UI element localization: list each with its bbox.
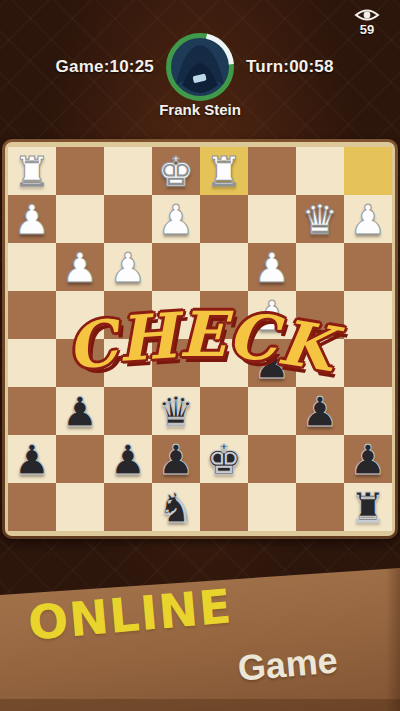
square-c1[interactable] bbox=[248, 147, 296, 195]
piece-white-pawn[interactable]: ♟ bbox=[56, 243, 104, 291]
square-b1[interactable] bbox=[296, 147, 344, 195]
piece-black-pawn[interactable]: ♟ bbox=[104, 435, 152, 483]
piece-black-rook[interactable]: ♜ bbox=[344, 483, 392, 531]
square-f6[interactable] bbox=[104, 387, 152, 435]
square-c2[interactable] bbox=[248, 195, 296, 243]
eye-icon bbox=[350, 7, 384, 23]
square-a1[interactable] bbox=[344, 147, 392, 195]
square-c6[interactable] bbox=[248, 387, 296, 435]
square-g7[interactable] bbox=[56, 435, 104, 483]
square-d7[interactable]: ♚ bbox=[200, 435, 248, 483]
square-f1[interactable] bbox=[104, 147, 152, 195]
square-a7[interactable]: ♟ bbox=[344, 435, 392, 483]
square-e7[interactable]: ♟ bbox=[152, 435, 200, 483]
piece-white-pawn[interactable]: ♟ bbox=[344, 195, 392, 243]
square-f7[interactable]: ♟ bbox=[104, 435, 152, 483]
square-c7[interactable] bbox=[248, 435, 296, 483]
square-d2[interactable] bbox=[200, 195, 248, 243]
square-e1[interactable]: ♚ bbox=[152, 147, 200, 195]
check-letter: C bbox=[225, 299, 279, 375]
spectator-counter[interactable]: 59 bbox=[350, 7, 384, 36]
square-b3[interactable] bbox=[296, 243, 344, 291]
square-e3[interactable] bbox=[152, 243, 200, 291]
game-clock: Game:10:25 bbox=[56, 57, 154, 77]
square-d8[interactable] bbox=[200, 483, 248, 531]
square-h7[interactable]: ♟ bbox=[8, 435, 56, 483]
square-d1[interactable]: ♜ bbox=[200, 147, 248, 195]
check-letter: E bbox=[179, 298, 226, 371]
piece-black-pawn[interactable]: ♟ bbox=[56, 387, 104, 435]
spectator-count: 59 bbox=[350, 23, 384, 36]
piece-black-queen[interactable]: ♛ bbox=[152, 387, 200, 435]
square-h3[interactable] bbox=[8, 243, 56, 291]
square-h6[interactable] bbox=[8, 387, 56, 435]
square-f3[interactable]: ♟ bbox=[104, 243, 152, 291]
square-d3[interactable] bbox=[200, 243, 248, 291]
piece-black-pawn[interactable]: ♟ bbox=[8, 435, 56, 483]
piece-white-pawn[interactable]: ♟ bbox=[104, 243, 152, 291]
square-g2[interactable] bbox=[56, 195, 104, 243]
square-d6[interactable] bbox=[200, 387, 248, 435]
piece-white-pawn[interactable]: ♟ bbox=[248, 243, 296, 291]
turn-clock: Turn:00:58 bbox=[246, 57, 334, 77]
square-b8[interactable] bbox=[296, 483, 344, 531]
piece-white-pawn[interactable]: ♟ bbox=[8, 195, 56, 243]
square-b6[interactable]: ♟ bbox=[296, 387, 344, 435]
square-h2[interactable]: ♟ bbox=[8, 195, 56, 243]
app-screen: 59 Game:10:25 Turn:00:58 Frank Stein ♜♚♜… bbox=[0, 0, 400, 711]
square-a3[interactable] bbox=[344, 243, 392, 291]
square-g8[interactable] bbox=[56, 483, 104, 531]
square-h1[interactable]: ♜ bbox=[8, 147, 56, 195]
square-h8[interactable] bbox=[8, 483, 56, 531]
check-letter: C bbox=[61, 306, 121, 386]
square-a2[interactable]: ♟ bbox=[344, 195, 392, 243]
piece-black-pawn[interactable]: ♟ bbox=[296, 387, 344, 435]
square-e2[interactable]: ♟ bbox=[152, 195, 200, 243]
piece-black-pawn[interactable]: ♟ bbox=[152, 435, 200, 483]
square-c8[interactable] bbox=[248, 483, 296, 531]
piece-black-knight[interactable]: ♞ bbox=[152, 483, 200, 531]
square-a6[interactable] bbox=[344, 387, 392, 435]
opponent-name: Frank Stein bbox=[0, 101, 400, 118]
opponent-avatar[interactable] bbox=[166, 33, 234, 101]
footer-bottom-strip bbox=[0, 699, 400, 711]
square-e8[interactable]: ♞ bbox=[152, 483, 200, 531]
square-g3[interactable]: ♟ bbox=[56, 243, 104, 291]
piece-white-king[interactable]: ♚ bbox=[152, 147, 200, 195]
square-e6[interactable]: ♛ bbox=[152, 387, 200, 435]
square-b2[interactable]: ♛ bbox=[296, 195, 344, 243]
game-subtitle: Game bbox=[236, 639, 339, 690]
square-a8[interactable]: ♜ bbox=[344, 483, 392, 531]
piece-white-queen[interactable]: ♛ bbox=[296, 195, 344, 243]
piece-white-rook[interactable]: ♜ bbox=[200, 147, 248, 195]
piece-black-king[interactable]: ♚ bbox=[200, 435, 248, 483]
piece-black-pawn[interactable]: ♟ bbox=[344, 435, 392, 483]
square-f2[interactable] bbox=[104, 195, 152, 243]
piece-white-rook[interactable]: ♜ bbox=[8, 147, 56, 195]
square-f8[interactable] bbox=[104, 483, 152, 531]
check-letter: H bbox=[116, 299, 180, 376]
square-g6[interactable]: ♟ bbox=[56, 387, 104, 435]
piece-white-pawn[interactable]: ♟ bbox=[152, 195, 200, 243]
square-c3[interactable]: ♟ bbox=[248, 243, 296, 291]
square-b7[interactable] bbox=[296, 435, 344, 483]
square-g1[interactable] bbox=[56, 147, 104, 195]
check-banner: C H E C K bbox=[0, 300, 400, 373]
